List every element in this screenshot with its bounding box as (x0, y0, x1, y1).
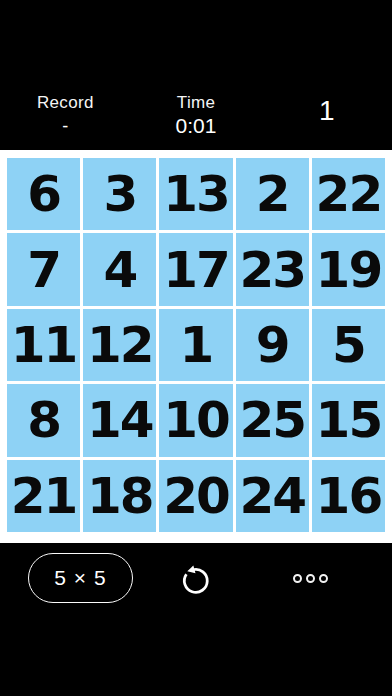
grid-cell-19[interactable]: 19 (312, 233, 385, 305)
grid-cell-5[interactable]: 5 (312, 309, 385, 381)
time-value: 0:01 (176, 115, 217, 137)
record-section: Record - (0, 93, 131, 150)
next-number-indicator: 1 (319, 96, 335, 126)
next-number-section: 1 (261, 96, 392, 150)
grid-cell-22[interactable]: 22 (312, 158, 385, 230)
grid-cell-24[interactable]: 24 (236, 460, 309, 532)
app-screen: Record - Time 0:01 1 6313222741723191112… (0, 0, 392, 696)
time-section: Time 0:01 (131, 93, 262, 150)
grid-cell-16[interactable]: 16 (312, 460, 385, 532)
grid-cell-3[interactable]: 3 (83, 158, 156, 230)
rotate-ccw-icon (177, 562, 213, 598)
grid-cell-10[interactable]: 10 (159, 384, 232, 456)
time-label: Time (177, 93, 215, 113)
grid-cell-11[interactable]: 11 (7, 309, 80, 381)
grid-cell-18[interactable]: 18 (83, 460, 156, 532)
grid-cell-14[interactable]: 14 (83, 384, 156, 456)
grid-cell-2[interactable]: 2 (236, 158, 309, 230)
record-label: Record (37, 93, 94, 113)
circle-icon (319, 574, 328, 583)
circle-icon (306, 574, 315, 583)
grid-cell-1[interactable]: 1 (159, 309, 232, 381)
grid-cell-12[interactable]: 12 (83, 309, 156, 381)
grid-cell-25[interactable]: 25 (236, 384, 309, 456)
more-options-button[interactable] (293, 574, 328, 583)
grid-cell-15[interactable]: 15 (312, 384, 385, 456)
grid-cell-23[interactable]: 23 (236, 233, 309, 305)
grid-cell-13[interactable]: 13 (159, 158, 232, 230)
grid-cell-8[interactable]: 8 (7, 384, 80, 456)
footer-bar: 5 × 5 (0, 543, 392, 696)
grid-cell-17[interactable]: 17 (159, 233, 232, 305)
grid-cell-21[interactable]: 21 (7, 460, 80, 532)
game-board: 6313222741723191112195814102515211820241… (0, 150, 392, 543)
grid-cell-7[interactable]: 7 (7, 233, 80, 305)
grid-size-button-label: 5 × 5 (54, 566, 106, 590)
board-grid: 6313222741723191112195814102515211820241… (7, 158, 385, 532)
grid-cell-20[interactable]: 20 (159, 460, 232, 532)
restart-button[interactable] (176, 561, 214, 599)
circle-icon (293, 574, 302, 583)
grid-size-button[interactable]: 5 × 5 (28, 553, 133, 603)
grid-cell-6[interactable]: 6 (7, 158, 80, 230)
grid-cell-9[interactable]: 9 (236, 309, 309, 381)
grid-cell-4[interactable]: 4 (83, 233, 156, 305)
header-bar: Record - Time 0:01 1 (0, 0, 392, 150)
record-value: - (62, 115, 68, 137)
